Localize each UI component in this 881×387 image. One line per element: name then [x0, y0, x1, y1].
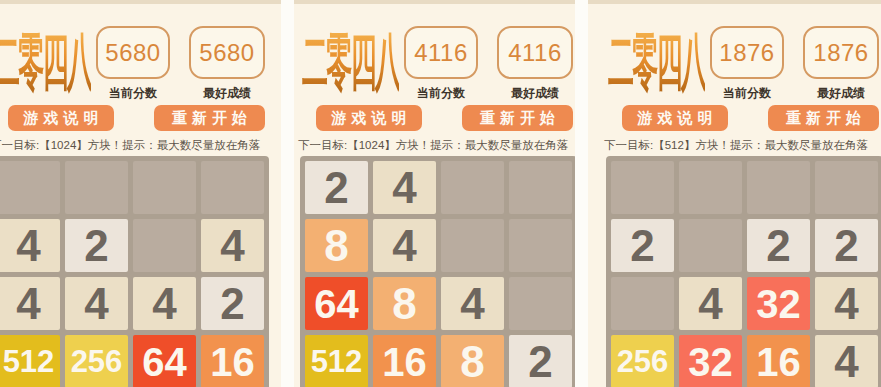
- tile-4: 4: [0, 277, 60, 330]
- cell-empty: [441, 161, 504, 214]
- cell-empty: [509, 219, 572, 272]
- game-panel-1: 二零四八 5680 5680 当前分数 最好成绩 游戏说明 重新开始 下一目标:…: [0, 0, 281, 387]
- goal-hint: 下一目标:【1024】方块！提示：最大数尽量放在角落: [0, 138, 278, 153]
- cell-empty: [509, 277, 572, 330]
- tile-8: 8: [373, 277, 436, 330]
- tile-16: 16: [373, 335, 436, 387]
- game-title: 二零四八: [302, 22, 399, 102]
- cell-empty: [201, 161, 264, 214]
- header-strip: [294, 0, 575, 4]
- tile-64: 64: [305, 277, 368, 330]
- tile-32: 32: [679, 335, 742, 387]
- help-button[interactable]: 游戏说明: [622, 105, 728, 131]
- current-score-label: 当前分数: [91, 85, 175, 102]
- tile-4: 4: [815, 335, 878, 387]
- best-score-value: 5680: [199, 39, 254, 67]
- tile-4: 4: [133, 277, 196, 330]
- best-score-value: 4116: [508, 39, 562, 67]
- best-score-label: 最好成绩: [493, 85, 575, 102]
- cell-empty: [747, 161, 810, 214]
- tile-4: 4: [373, 219, 436, 272]
- tile-2: 2: [65, 219, 128, 272]
- tile-64: 64: [133, 335, 196, 387]
- cell-empty: [133, 219, 196, 272]
- restart-button[interactable]: 重新开始: [154, 105, 265, 131]
- cell-empty: [441, 219, 504, 272]
- current-score-box: 5680: [96, 26, 170, 79]
- cell-empty: [611, 277, 674, 330]
- tile-2: 2: [747, 219, 810, 272]
- board-grid[interactable]: 222432425632164: [606, 156, 881, 387]
- cell-empty: [679, 219, 742, 272]
- tile-256: 256: [611, 335, 674, 387]
- game-panel-3: 二零四八 1876 1876 当前分数 最好成绩 游戏说明 重新开始 下一目标:…: [588, 0, 881, 387]
- cell-empty: [509, 161, 572, 214]
- best-score-box: 1876: [803, 26, 879, 79]
- tile-4: 4: [0, 219, 60, 272]
- game-title: 二零四八: [0, 22, 91, 102]
- best-score-box: 4116: [497, 26, 573, 79]
- tile-2: 2: [611, 219, 674, 272]
- best-score-label: 最好成绩: [185, 85, 269, 102]
- tile-512: 512: [305, 335, 368, 387]
- tile-2: 2: [201, 277, 264, 330]
- tile-8: 8: [441, 335, 504, 387]
- cell-empty: [611, 161, 674, 214]
- best-score-label: 最好成绩: [799, 85, 881, 102]
- current-score-value: 4116: [414, 39, 468, 67]
- help-button[interactable]: 游戏说明: [8, 105, 114, 131]
- panel-separator: [575, 0, 588, 387]
- cell-empty: [133, 161, 196, 214]
- help-button[interactable]: 游戏说明: [316, 105, 422, 131]
- tile-4: 4: [65, 277, 128, 330]
- screenshot-strip: 二零四八 5680 5680 当前分数 最好成绩 游戏说明 重新开始 下一目标:…: [0, 0, 881, 387]
- cell-empty: [815, 161, 878, 214]
- restart-button[interactable]: 重新开始: [768, 105, 879, 131]
- goal-hint: 下一目标:【1024】方块！提示：最大数尽量放在角落: [298, 138, 575, 153]
- best-score-value: 1876: [813, 39, 868, 67]
- panel-separator: [281, 0, 294, 387]
- cell-empty: [0, 161, 60, 214]
- tile-2: 2: [509, 335, 572, 387]
- cell-empty: [679, 161, 742, 214]
- tile-256: 256: [65, 335, 128, 387]
- current-score-label: 当前分数: [399, 85, 483, 102]
- tile-4: 4: [441, 277, 504, 330]
- tile-4: 4: [815, 277, 878, 330]
- tile-2: 2: [305, 161, 368, 214]
- board-grid[interactable]: 248464845121682: [300, 156, 575, 387]
- current-score-label: 当前分数: [705, 85, 789, 102]
- tile-32: 32: [747, 277, 810, 330]
- header-strip: [588, 0, 881, 4]
- tile-4: 4: [373, 161, 436, 214]
- current-score-box: 4116: [404, 26, 478, 79]
- game-title: 二零四八: [608, 22, 705, 102]
- tile-4: 4: [679, 277, 742, 330]
- best-score-box: 5680: [189, 26, 265, 79]
- tile-16: 16: [201, 335, 264, 387]
- tile-2: 2: [815, 219, 878, 272]
- tile-512: 512: [0, 335, 60, 387]
- game-panel-2: 二零四八 4116 4116 当前分数 最好成绩 游戏说明 重新开始 下一目标:…: [294, 0, 575, 387]
- tile-4: 4: [201, 219, 264, 272]
- cell-empty: [65, 161, 128, 214]
- tile-16: 16: [747, 335, 810, 387]
- header-strip: [0, 0, 281, 4]
- board-grid[interactable]: 42444425122566416: [0, 156, 269, 387]
- restart-button[interactable]: 重新开始: [462, 105, 573, 131]
- goal-hint: 下一目标:【512】方块！提示：最大数尽量放在角落: [604, 138, 881, 153]
- current-score-value: 1876: [719, 39, 774, 67]
- current-score-box: 1876: [710, 26, 784, 79]
- current-score-value: 5680: [105, 39, 160, 67]
- tile-8: 8: [305, 219, 368, 272]
